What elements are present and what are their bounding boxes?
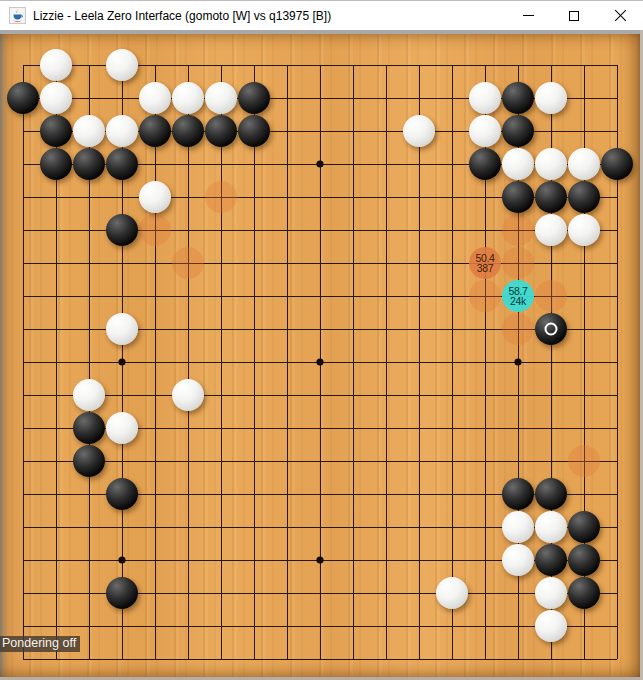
minimize-icon [523, 15, 534, 16]
black-stone[interactable] [568, 544, 600, 576]
ghost-candidate-G15[interactable] [205, 181, 237, 213]
black-stone[interactable] [7, 82, 39, 114]
black-stone[interactable] [106, 478, 138, 510]
white-stone[interactable] [568, 148, 600, 180]
candidate-P13[interactable]: 50.4387 [469, 247, 501, 279]
white-stone[interactable] [469, 82, 501, 114]
pondering-status: Pondering off [0, 636, 80, 652]
white-stone[interactable] [535, 82, 567, 114]
minimize-button[interactable] [505, 1, 551, 31]
lizzie-window: Lizzie - Leela Zero Interface (gomoto [W… [0, 0, 643, 680]
maximize-icon [569, 11, 579, 21]
black-stone[interactable] [40, 148, 72, 180]
last-move-marker [545, 323, 558, 336]
star-point [316, 358, 323, 365]
white-stone[interactable] [535, 577, 567, 609]
black-stone[interactable] [73, 412, 105, 444]
star-point [118, 556, 125, 563]
white-stone[interactable] [502, 511, 534, 543]
black-stone[interactable] [601, 148, 633, 180]
maximize-button[interactable] [551, 1, 597, 31]
black-stone[interactable] [40, 115, 72, 147]
white-stone[interactable] [535, 610, 567, 642]
ghost-candidate-Q13[interactable] [502, 247, 534, 279]
black-stone[interactable] [238, 82, 270, 114]
black-stone[interactable] [502, 181, 534, 213]
go-board[interactable]: 50.438758.724k Pondering off [0, 30, 643, 680]
best-candidate-Q12[interactable]: 58.724k [502, 280, 534, 312]
candidate-visits: 24k [510, 296, 526, 306]
black-stone[interactable] [535, 313, 567, 345]
star-point [118, 358, 125, 365]
ghost-candidate-Q11[interactable] [502, 313, 534, 345]
white-stone[interactable] [73, 115, 105, 147]
white-stone[interactable] [502, 544, 534, 576]
white-stone[interactable] [106, 412, 138, 444]
black-stone[interactable] [502, 478, 534, 510]
ghost-candidate-E14[interactable] [139, 214, 171, 246]
white-stone[interactable] [172, 379, 204, 411]
ghost-candidate-F13[interactable] [172, 247, 204, 279]
white-stone[interactable] [535, 148, 567, 180]
close-icon [614, 9, 627, 22]
white-stone[interactable] [403, 115, 435, 147]
black-stone[interactable] [535, 544, 567, 576]
black-stone[interactable] [238, 115, 270, 147]
white-stone[interactable] [436, 577, 468, 609]
ghost-candidate-R12[interactable] [535, 280, 567, 312]
star-point [316, 556, 323, 563]
white-stone[interactable] [73, 379, 105, 411]
black-stone[interactable] [568, 511, 600, 543]
ghost-candidate-Q14[interactable] [502, 214, 534, 246]
white-stone[interactable] [172, 82, 204, 114]
white-stone[interactable] [205, 82, 237, 114]
white-stone[interactable] [106, 115, 138, 147]
window-title: Lizzie - Leela Zero Interface (gomoto [W… [33, 9, 331, 23]
white-stone[interactable] [502, 148, 534, 180]
black-stone[interactable] [73, 445, 105, 477]
window-controls [505, 1, 643, 31]
white-stone[interactable] [568, 214, 600, 246]
black-stone[interactable] [205, 115, 237, 147]
white-stone[interactable] [106, 49, 138, 81]
star-point [514, 358, 521, 365]
black-stone[interactable] [106, 148, 138, 180]
candidate-visits: 387 [477, 263, 494, 273]
white-stone[interactable] [469, 115, 501, 147]
white-stone[interactable] [106, 313, 138, 345]
close-button[interactable] [597, 1, 643, 31]
white-stone[interactable] [40, 49, 72, 81]
black-stone[interactable] [568, 577, 600, 609]
white-stone[interactable] [40, 82, 72, 114]
black-stone[interactable] [502, 82, 534, 114]
ghost-candidate-P12[interactable] [469, 280, 501, 312]
title-bar: Lizzie - Leela Zero Interface (gomoto [W… [0, 0, 643, 30]
java-app-icon[interactable] [9, 7, 26, 24]
black-stone[interactable] [73, 148, 105, 180]
white-stone[interactable] [139, 181, 171, 213]
ghost-candidate-S7[interactable] [568, 445, 600, 477]
board-edge-top [0, 30, 643, 34]
white-stone[interactable] [535, 214, 567, 246]
black-stone[interactable] [106, 577, 138, 609]
white-stone[interactable] [535, 511, 567, 543]
star-point [316, 160, 323, 167]
black-stone[interactable] [535, 181, 567, 213]
black-stone[interactable] [535, 478, 567, 510]
white-stone[interactable] [139, 82, 171, 114]
black-stone[interactable] [502, 115, 534, 147]
black-stone[interactable] [172, 115, 204, 147]
black-stone[interactable] [106, 214, 138, 246]
black-stone[interactable] [139, 115, 171, 147]
black-stone[interactable] [469, 148, 501, 180]
black-stone[interactable] [568, 181, 600, 213]
